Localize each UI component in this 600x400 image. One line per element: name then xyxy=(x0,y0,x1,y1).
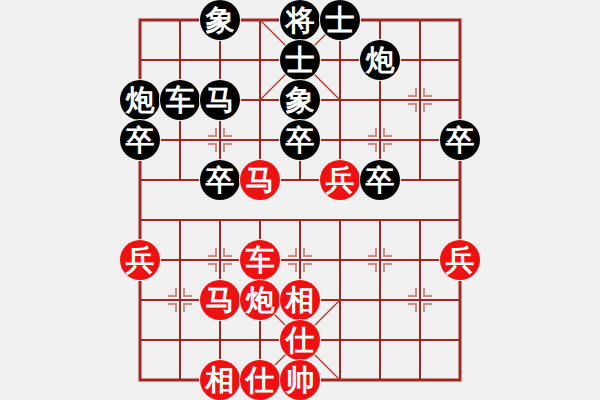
piece-black-advisor[interactable]: 士 xyxy=(320,0,360,40)
piece-red-cannon[interactable]: 炮 xyxy=(240,280,280,320)
piece-black-cannon[interactable]: 炮 xyxy=(360,40,400,80)
xiangqi-board: 象将士士炮炮车马象卒卒卒卒马兵卒兵车兵马炮相仕相仕帅 xyxy=(0,0,600,400)
piece-black-chariot[interactable]: 车 xyxy=(160,80,200,120)
piece-red-pawn[interactable]: 兵 xyxy=(120,240,160,280)
piece-red-pawn[interactable]: 兵 xyxy=(320,160,360,200)
piece-red-pawn[interactable]: 兵 xyxy=(440,240,480,280)
piece-black-advisor[interactable]: 士 xyxy=(280,40,320,80)
piece-red-horse[interactable]: 马 xyxy=(200,280,240,320)
piece-black-cannon[interactable]: 炮 xyxy=(120,80,160,120)
piece-black-elephant[interactable]: 象 xyxy=(280,80,320,120)
piece-red-elephant[interactable]: 相 xyxy=(280,280,320,320)
piece-black-pawn[interactable]: 卒 xyxy=(280,120,320,160)
piece-black-pawn[interactable]: 卒 xyxy=(120,120,160,160)
piece-red-advisor[interactable]: 仕 xyxy=(280,320,320,360)
piece-red-general[interactable]: 帅 xyxy=(280,360,320,400)
piece-red-horse[interactable]: 马 xyxy=(240,160,280,200)
piece-red-elephant[interactable]: 相 xyxy=(200,360,240,400)
piece-black-general[interactable]: 将 xyxy=(280,0,320,40)
piece-red-chariot[interactable]: 车 xyxy=(240,240,280,280)
piece-black-horse[interactable]: 马 xyxy=(200,80,240,120)
piece-red-advisor[interactable]: 仕 xyxy=(240,360,280,400)
piece-black-pawn[interactable]: 卒 xyxy=(360,160,400,200)
pieces-layer: 象将士士炮炮车马象卒卒卒卒马兵卒兵车兵马炮相仕相仕帅 xyxy=(120,0,480,400)
piece-black-pawn[interactable]: 卒 xyxy=(440,120,480,160)
piece-black-pawn[interactable]: 卒 xyxy=(200,160,240,200)
piece-black-elephant[interactable]: 象 xyxy=(200,0,240,40)
